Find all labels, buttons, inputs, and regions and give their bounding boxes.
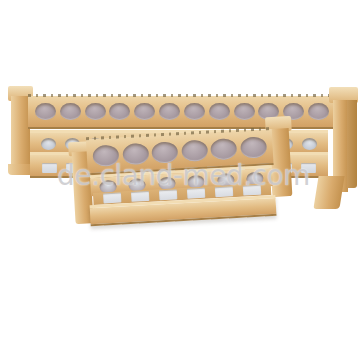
small-rack-tube-hole [210, 137, 237, 159]
large-rack-shelf-hole [302, 138, 317, 150]
large-rack-base-gap [42, 163, 57, 173]
large-rack-tube-hole [184, 103, 205, 120]
large-rack-tube-hole [85, 103, 106, 120]
large-rack-right-post-side [347, 100, 357, 188]
small-rack-tube-hole [240, 136, 267, 158]
large-rack-tube-hole [308, 103, 329, 120]
large-rack-tube-hole [134, 103, 155, 120]
large-rack-shelf-hole [41, 138, 56, 150]
small-rack-base-gap [103, 192, 122, 203]
large-rack-tube-hole [234, 103, 255, 120]
large-rack-tube-hole [60, 103, 81, 120]
product-photo: de.cland-med.com [0, 0, 360, 360]
large-rack-tube-hole [159, 103, 180, 120]
large-rack-tube-hole [109, 103, 130, 120]
watermark-text: de.cland-med.com [57, 161, 310, 190]
small-rack-base-gap [131, 191, 150, 202]
large-rack-tube-hole [35, 103, 56, 120]
large-rack-tube-hole [209, 103, 230, 120]
large-rack-right-foot [313, 176, 344, 209]
